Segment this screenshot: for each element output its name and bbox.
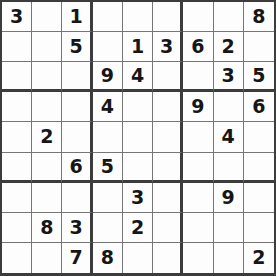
sudoku-cell-r7c8-given[interactable]: 9: [214, 183, 244, 213]
sudoku-cell-r2c6-given[interactable]: 3: [153, 32, 183, 62]
sudoku-cell-r9c9-given[interactable]: 2: [244, 243, 274, 273]
sudoku-cell-r4c1-empty[interactable]: [2, 92, 32, 122]
sudoku-cell-r3c4-given[interactable]: 9: [93, 62, 123, 92]
sudoku-cell-r8c5-given[interactable]: 2: [123, 213, 153, 243]
sudoku-board: 318513629435496246539832782: [0, 0, 276, 276]
sudoku-cell-r9c5-empty[interactable]: [123, 243, 153, 273]
sudoku-cell-r4c4-given[interactable]: 4: [93, 92, 123, 122]
sudoku-cell-r5c3-empty[interactable]: [62, 122, 92, 152]
sudoku-cell-r7c1-empty[interactable]: [2, 183, 32, 213]
sudoku-cell-r5c6-empty[interactable]: [153, 122, 183, 152]
sudoku-cell-r4c2-empty[interactable]: [32, 92, 62, 122]
sudoku-cell-r6c7-empty[interactable]: [183, 153, 213, 183]
sudoku-cell-r9c4-given[interactable]: 8: [93, 243, 123, 273]
sudoku-cell-r2c5-given[interactable]: 1: [123, 32, 153, 62]
sudoku-cell-r1c8-empty[interactable]: [214, 2, 244, 32]
sudoku-cell-r9c1-empty[interactable]: [2, 243, 32, 273]
sudoku-cell-r4c5-empty[interactable]: [123, 92, 153, 122]
sudoku-cell-r4c3-empty[interactable]: [62, 92, 92, 122]
sudoku-cell-r1c9-given[interactable]: 8: [244, 2, 274, 32]
sudoku-cell-r8c2-given[interactable]: 8: [32, 213, 62, 243]
sudoku-cell-r3c3-empty[interactable]: [62, 62, 92, 92]
sudoku-cell-r7c2-empty[interactable]: [32, 183, 62, 213]
sudoku-cell-r2c8-given[interactable]: 2: [214, 32, 244, 62]
sudoku-cell-r3c7-empty[interactable]: [183, 62, 213, 92]
sudoku-cell-r5c9-empty[interactable]: [244, 122, 274, 152]
sudoku-cell-r2c2-empty[interactable]: [32, 32, 62, 62]
sudoku-cell-r2c3-given[interactable]: 5: [62, 32, 92, 62]
sudoku-cell-r4c9-given[interactable]: 6: [244, 92, 274, 122]
sudoku-cell-r5c2-given[interactable]: 2: [32, 122, 62, 152]
sudoku-cell-r2c4-empty[interactable]: [93, 32, 123, 62]
sudoku-cell-r2c1-empty[interactable]: [2, 32, 32, 62]
sudoku-cell-r3c8-given[interactable]: 3: [214, 62, 244, 92]
sudoku-cell-r1c2-empty[interactable]: [32, 2, 62, 32]
sudoku-cell-r2c7-given[interactable]: 6: [183, 32, 213, 62]
sudoku-cell-r7c3-empty[interactable]: [62, 183, 92, 213]
sudoku-cell-r6c4-given[interactable]: 5: [93, 153, 123, 183]
sudoku-cell-r4c8-empty[interactable]: [214, 92, 244, 122]
sudoku-cell-r9c6-empty[interactable]: [153, 243, 183, 273]
sudoku-cell-r8c1-empty[interactable]: [2, 213, 32, 243]
sudoku-cell-r6c1-empty[interactable]: [2, 153, 32, 183]
sudoku-cell-r7c4-empty[interactable]: [93, 183, 123, 213]
sudoku-cell-r8c3-given[interactable]: 3: [62, 213, 92, 243]
sudoku-cell-r5c1-empty[interactable]: [2, 122, 32, 152]
sudoku-cell-r1c1-given[interactable]: 3: [2, 2, 32, 32]
sudoku-cell-r5c4-empty[interactable]: [93, 122, 123, 152]
sudoku-cell-r8c9-empty[interactable]: [244, 213, 274, 243]
sudoku-cell-r6c3-given[interactable]: 6: [62, 153, 92, 183]
sudoku-cell-r3c2-empty[interactable]: [32, 62, 62, 92]
sudoku-cell-r6c2-empty[interactable]: [32, 153, 62, 183]
sudoku-cell-r7c7-empty[interactable]: [183, 183, 213, 213]
sudoku-cell-r9c3-given[interactable]: 7: [62, 243, 92, 273]
sudoku-cell-r1c3-given[interactable]: 1: [62, 2, 92, 32]
sudoku-cell-r5c8-given[interactable]: 4: [214, 122, 244, 152]
sudoku-cell-r9c2-empty[interactable]: [32, 243, 62, 273]
sudoku-cell-r7c5-given[interactable]: 3: [123, 183, 153, 213]
sudoku-cell-r3c6-empty[interactable]: [153, 62, 183, 92]
sudoku-cell-r6c5-empty[interactable]: [123, 153, 153, 183]
sudoku-cell-r3c1-empty[interactable]: [2, 62, 32, 92]
sudoku-cell-r8c6-empty[interactable]: [153, 213, 183, 243]
sudoku-cell-r1c6-empty[interactable]: [153, 2, 183, 32]
sudoku-cell-r4c7-given[interactable]: 9: [183, 92, 213, 122]
sudoku-cell-r1c4-empty[interactable]: [93, 2, 123, 32]
sudoku-cell-r7c9-empty[interactable]: [244, 183, 274, 213]
sudoku-cell-r6c6-empty[interactable]: [153, 153, 183, 183]
sudoku-cell-r5c7-empty[interactable]: [183, 122, 213, 152]
sudoku-cell-r9c7-empty[interactable]: [183, 243, 213, 273]
sudoku-cell-r1c7-empty[interactable]: [183, 2, 213, 32]
sudoku-cell-r2c9-empty[interactable]: [244, 32, 274, 62]
sudoku-cell-r4c6-empty[interactable]: [153, 92, 183, 122]
sudoku-cell-r8c8-empty[interactable]: [214, 213, 244, 243]
sudoku-cell-r1c5-empty[interactable]: [123, 2, 153, 32]
sudoku-cell-r8c4-empty[interactable]: [93, 213, 123, 243]
sudoku-cell-r5c5-empty[interactable]: [123, 122, 153, 152]
sudoku-cell-r6c8-empty[interactable]: [214, 153, 244, 183]
sudoku-cell-r3c5-given[interactable]: 4: [123, 62, 153, 92]
sudoku-cell-r9c8-empty[interactable]: [214, 243, 244, 273]
sudoku-cell-r3c9-given[interactable]: 5: [244, 62, 274, 92]
sudoku-cell-r7c6-empty[interactable]: [153, 183, 183, 213]
sudoku-cell-r6c9-empty[interactable]: [244, 153, 274, 183]
sudoku-cell-r8c7-empty[interactable]: [183, 213, 213, 243]
